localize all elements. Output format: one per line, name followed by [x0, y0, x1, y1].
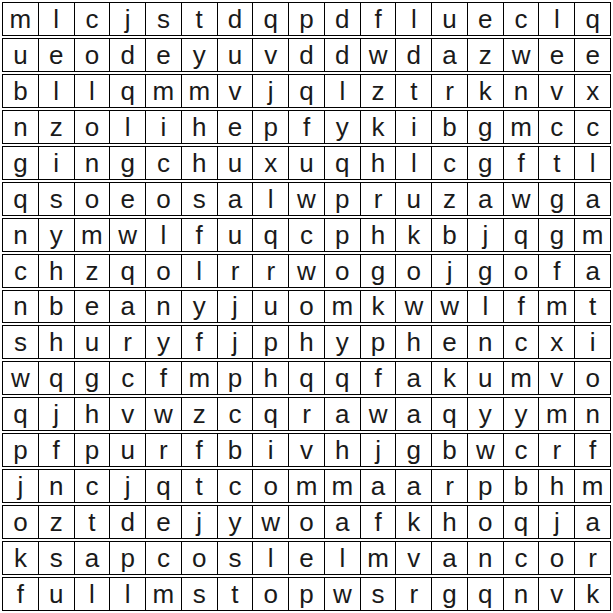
grid-cell-r7-c12[interactable]: k [395, 218, 432, 252]
grid-cell-r13-c6[interactable]: f [181, 433, 218, 467]
grid-cell-r1-c14[interactable]: e [467, 2, 504, 36]
grid-cell-r2-c5[interactable]: e [145, 38, 182, 72]
grid-cell-r16-c6[interactable]: o [181, 541, 218, 575]
grid-cell-r1-c5[interactable]: s [145, 2, 182, 36]
grid-cell-r2-c2[interactable]: e [38, 38, 75, 72]
grid-cell-r4-c7[interactable]: e [217, 110, 254, 144]
grid-cell-r12-c14[interactable]: y [467, 397, 504, 431]
grid-cell-r8-c6[interactable]: l [181, 254, 218, 288]
grid-cell-r6-c1[interactable]: q [2, 182, 39, 216]
grid-cell-r9-c2[interactable]: b [38, 290, 75, 324]
grid-cell-r4-c2[interactable]: z [38, 110, 75, 144]
grid-cell-r5-c9[interactable]: u [288, 146, 325, 180]
grid-cell-r7-c15[interactable]: q [503, 218, 540, 252]
grid-cell-r4-c10[interactable]: y [324, 110, 361, 144]
grid-cell-r6-c15[interactable]: w [503, 182, 540, 216]
grid-cell-r15-c11[interactable]: f [360, 505, 397, 539]
grid-cell-r1-c6[interactable]: t [181, 2, 218, 36]
grid-cell-r10-c12[interactable]: h [395, 325, 432, 359]
grid-cell-r11-c3[interactable]: g [74, 361, 111, 395]
grid-cell-r12-c7[interactable]: c [217, 397, 254, 431]
grid-cell-r13-c8[interactable]: i [252, 433, 289, 467]
grid-cell-r6-c4[interactable]: e [109, 182, 146, 216]
grid-cell-r17-c8[interactable]: o [252, 577, 289, 611]
grid-cell-r15-c10[interactable]: a [324, 505, 361, 539]
grid-cell-r11-c11[interactable]: f [360, 361, 397, 395]
grid-cell-r10-c1[interactable]: s [2, 325, 39, 359]
grid-cell-r15-c1[interactable]: o [2, 505, 39, 539]
grid-cell-r17-c3[interactable]: l [74, 577, 111, 611]
grid-cell-r4-c17[interactable]: c [574, 110, 611, 144]
grid-cell-r8-c1[interactable]: c [2, 254, 39, 288]
grid-cell-r7-c1[interactable]: n [2, 218, 39, 252]
grid-cell-r14-c16[interactable]: h [538, 469, 575, 503]
grid-cell-r9-c4[interactable]: a [109, 290, 146, 324]
grid-cell-r2-c8[interactable]: v [252, 38, 289, 72]
grid-cell-r16-c11[interactable]: m [360, 541, 397, 575]
grid-cell-r13-c5[interactable]: r [145, 433, 182, 467]
grid-cell-r9-c10[interactable]: m [324, 290, 361, 324]
grid-cell-r11-c1[interactable]: w [2, 361, 39, 395]
grid-cell-r7-c10[interactable]: p [324, 218, 361, 252]
grid-cell-r2-c4[interactable]: d [109, 38, 146, 72]
grid-cell-r14-c9[interactable]: m [288, 469, 325, 503]
grid-cell-r2-c17[interactable]: e [574, 38, 611, 72]
grid-cell-r14-c13[interactable]: r [431, 469, 468, 503]
grid-cell-r10-c15[interactable]: c [503, 325, 540, 359]
grid-cell-r17-c6[interactable]: s [181, 577, 218, 611]
grid-cell-r8-c10[interactable]: o [324, 254, 361, 288]
grid-cell-r3-c7[interactable]: v [217, 74, 254, 108]
grid-cell-r7-c13[interactable]: b [431, 218, 468, 252]
grid-cell-r13-c16[interactable]: r [538, 433, 575, 467]
grid-cell-r17-c17[interactable]: k [574, 577, 611, 611]
grid-cell-r2-c6[interactable]: y [181, 38, 218, 72]
grid-cell-r14-c7[interactable]: c [217, 469, 254, 503]
grid-cell-r5-c2[interactable]: i [38, 146, 75, 180]
grid-row-7: nymwlfuqcphkbjqgm [2, 218, 611, 252]
grid-cell-r8-c11[interactable]: g [360, 254, 397, 288]
grid-cell-r17-c5[interactable]: m [145, 577, 182, 611]
grid-cell-r3-c4[interactable]: q [109, 74, 146, 108]
grid-cell-r14-c2[interactable]: n [38, 469, 75, 503]
grid-cell-r16-c8[interactable]: l [252, 541, 289, 575]
grid-cell-r1-c9[interactable]: p [288, 2, 325, 36]
grid-cell-r4-c14[interactable]: g [467, 110, 504, 144]
grid-cell-r14-c4[interactable]: j [109, 469, 146, 503]
grid-cell-r2-c15[interactable]: w [503, 38, 540, 72]
grid-cell-r5-c15[interactable]: f [503, 146, 540, 180]
grid-cell-r6-c17[interactable]: a [574, 182, 611, 216]
grid-cell-r5-c3[interactable]: n [74, 146, 111, 180]
grid-cell-r16-c15[interactable]: c [503, 541, 540, 575]
grid-cell-r13-c15[interactable]: c [503, 433, 540, 467]
grid-cell-r17-c2[interactable]: u [38, 577, 75, 611]
grid-cell-r1-c7[interactable]: d [217, 2, 254, 36]
grid-cell-r7-c14[interactable]: j [467, 218, 504, 252]
grid-cell-r5-c5[interactable]: c [145, 146, 182, 180]
grid-cell-r8-c3[interactable]: z [74, 254, 111, 288]
grid-cell-r5-c6[interactable]: h [181, 146, 218, 180]
grid-cell-r15-c13[interactable]: h [431, 505, 468, 539]
grid-cell-r3-c5[interactable]: m [145, 74, 182, 108]
grid-cell-r11-c13[interactable]: k [431, 361, 468, 395]
grid-cell-r13-c9[interactable]: v [288, 433, 325, 467]
grid-cell-r13-c14[interactable]: w [467, 433, 504, 467]
grid-cell-r3-c12[interactable]: t [395, 74, 432, 108]
grid-cell-r6-c10[interactable]: p [324, 182, 361, 216]
grid-cell-r1-c16[interactable]: l [538, 2, 575, 36]
grid-cell-r3-c16[interactable]: v [538, 74, 575, 108]
grid-cell-r4-c5[interactable]: i [145, 110, 182, 144]
grid-cell-r13-c13[interactable]: b [431, 433, 468, 467]
grid-cell-r5-c13[interactable]: c [431, 146, 468, 180]
grid-cell-r4-c16[interactable]: c [538, 110, 575, 144]
grid-cell-r13-c1[interactable]: p [2, 433, 39, 467]
grid-cell-r1-c13[interactable]: u [431, 2, 468, 36]
grid-cell-r6-c16[interactable]: g [538, 182, 575, 216]
grid-cell-r6-c2[interactable]: s [38, 182, 75, 216]
grid-cell-r7-c17[interactable]: m [574, 218, 611, 252]
grid-cell-r4-c8[interactable]: p [252, 110, 289, 144]
grid-cell-r12-c3[interactable]: h [74, 397, 111, 431]
grid-cell-r7-c6[interactable]: f [181, 218, 218, 252]
grid-cell-r14-c8[interactable]: o [252, 469, 289, 503]
grid-cell-r4-c1[interactable]: n [2, 110, 39, 144]
grid-cell-r1-c12[interactable]: l [395, 2, 432, 36]
grid-cell-r7-c3[interactable]: m [74, 218, 111, 252]
grid-cell-r16-c10[interactable]: l [324, 541, 361, 575]
grid-cell-r15-c17[interactable]: a [574, 505, 611, 539]
grid-cell-r11-c9[interactable]: q [288, 361, 325, 395]
grid-cell-r4-c9[interactable]: f [288, 110, 325, 144]
grid-cell-r9-c15[interactable]: f [503, 290, 540, 324]
grid-cell-r4-c13[interactable]: b [431, 110, 468, 144]
grid-cell-r17-c15[interactable]: n [503, 577, 540, 611]
grid-cell-r13-c2[interactable]: f [38, 433, 75, 467]
grid-cell-r13-c12[interactable]: g [395, 433, 432, 467]
grid-cell-r11-c15[interactable]: m [503, 361, 540, 395]
grid-cell-r1-c10[interactable]: d [324, 2, 361, 36]
grid-cell-r1-c2[interactable]: l [38, 2, 75, 36]
grid-cell-r17-c16[interactable]: v [538, 577, 575, 611]
grid-cell-r10-c2[interactable]: h [38, 325, 75, 359]
grid-cell-r9-c8[interactable]: u [252, 290, 289, 324]
grid-cell-r12-c9[interactable]: r [288, 397, 325, 431]
grid-cell-r5-c12[interactable]: l [395, 146, 432, 180]
grid-cell-r7-c16[interactable]: g [538, 218, 575, 252]
grid-cell-r14-c3[interactable]: c [74, 469, 111, 503]
grid-cell-r14-c10[interactable]: m [324, 469, 361, 503]
grid-cell-r4-c4[interactable]: l [109, 110, 146, 144]
grid-cell-r17-c1[interactable]: f [2, 577, 39, 611]
grid-cell-r11-c5[interactable]: f [145, 361, 182, 395]
grid-cell-r11-c16[interactable]: v [538, 361, 575, 395]
grid-cell-r2-c13[interactable]: a [431, 38, 468, 72]
grid-cell-r10-c3[interactable]: u [74, 325, 111, 359]
grid-cell-r8-c17[interactable]: a [574, 254, 611, 288]
grid-cell-r12-c15[interactable]: y [503, 397, 540, 431]
grid-cell-r13-c10[interactable]: h [324, 433, 361, 467]
grid-cell-r11-c7[interactable]: p [217, 361, 254, 395]
grid-cell-r7-c8[interactable]: q [252, 218, 289, 252]
grid-cell-r14-c12[interactable]: a [395, 469, 432, 503]
grid-cell-r17-c4[interactable]: l [109, 577, 146, 611]
grid-cell-r7-c9[interactable]: c [288, 218, 325, 252]
grid-cell-r9-c14[interactable]: l [467, 290, 504, 324]
grid-cell-r11-c14[interactable]: u [467, 361, 504, 395]
grid-cell-r4-c11[interactable]: k [360, 110, 397, 144]
grid-cell-r2-c14[interactable]: z [467, 38, 504, 72]
grid-cell-r16-c9[interactable]: e [288, 541, 325, 575]
grid-cell-r9-c7[interactable]: j [217, 290, 254, 324]
grid-cell-r5-c16[interactable]: t [538, 146, 575, 180]
grid-cell-r6-c6[interactable]: s [181, 182, 218, 216]
grid-row-8: chzqolrrwogojgofa [2, 254, 611, 288]
grid-row-3: bllqmmvjqlztrknvx [2, 74, 611, 108]
grid-cell-r11-c4[interactable]: c [109, 361, 146, 395]
grid-cell-r14-c11[interactable]: a [360, 469, 397, 503]
grid-cell-r16-c17[interactable]: r [574, 541, 611, 575]
grid-cell-r1-c15[interactable]: c [503, 2, 540, 36]
grid-cell-r8-c4[interactable]: q [109, 254, 146, 288]
grid-cell-r3-c13[interactable]: r [431, 74, 468, 108]
grid-cell-r16-c7[interactable]: s [217, 541, 254, 575]
grid-cell-r17-c13[interactable]: g [431, 577, 468, 611]
grid-cell-r15-c7[interactable]: y [217, 505, 254, 539]
grid-cell-r10-c13[interactable]: e [431, 325, 468, 359]
grid-cell-r1-c17[interactable]: q [574, 2, 611, 36]
grid-cell-r10-c16[interactable]: x [538, 325, 575, 359]
grid-cell-r12-c17[interactable]: n [574, 397, 611, 431]
grid-cell-r3-c6[interactable]: m [181, 74, 218, 108]
grid-cell-r3-c14[interactable]: k [467, 74, 504, 108]
grid-cell-r11-c8[interactable]: h [252, 361, 289, 395]
grid-cell-r9-c1[interactable]: n [2, 290, 39, 324]
grid-cell-r3-c2[interactable]: l [38, 74, 75, 108]
grid-cell-r16-c16[interactable]: o [538, 541, 575, 575]
grid-cell-r3-c9[interactable]: q [288, 74, 325, 108]
grid-cell-r14-c15[interactable]: b [503, 469, 540, 503]
grid-cell-r10-c5[interactable]: y [145, 325, 182, 359]
grid-cell-r12-c12[interactable]: a [395, 397, 432, 431]
grid-cell-r2-c16[interactable]: e [538, 38, 575, 72]
grid-cell-r7-c7[interactable]: u [217, 218, 254, 252]
grid-cell-r11-c12[interactable]: a [395, 361, 432, 395]
grid-cell-r9-c5[interactable]: n [145, 290, 182, 324]
grid-cell-r4-c12[interactable]: i [395, 110, 432, 144]
grid-cell-r8-c7[interactable]: r [217, 254, 254, 288]
grid-cell-r10-c6[interactable]: f [181, 325, 218, 359]
grid-cell-r1-c4[interactable]: j [109, 2, 146, 36]
grid-cell-r17-c14[interactable]: q [467, 577, 504, 611]
grid-cell-r10-c9[interactable]: h [288, 325, 325, 359]
grid-row-11: wqgcfmphqqfakumvo [2, 361, 611, 395]
grid-cell-r8-c2[interactable]: h [38, 254, 75, 288]
grid-cell-r7-c5[interactable]: l [145, 218, 182, 252]
grid-cell-r3-c3[interactable]: l [74, 74, 111, 108]
grid-cell-r6-c8[interactable]: l [252, 182, 289, 216]
grid-cell-r2-c7[interactable]: u [217, 38, 254, 72]
grid-cell-r12-c13[interactable]: q [431, 397, 468, 431]
grid-cell-r15-c8[interactable]: w [252, 505, 289, 539]
grid-cell-r10-c14[interactable]: n [467, 325, 504, 359]
grid-cell-r10-c7[interactable]: j [217, 325, 254, 359]
grid-cell-r17-c12[interactable]: r [395, 577, 432, 611]
grid-cell-r2-c10[interactable]: d [324, 38, 361, 72]
grid-cell-r6-c11[interactable]: r [360, 182, 397, 216]
grid-cell-r2-c1[interactable]: u [2, 38, 39, 72]
grid-cell-r14-c1[interactable]: j [2, 469, 39, 503]
grid-cell-r5-c4[interactable]: g [109, 146, 146, 180]
grid-cell-r16-c13[interactable]: a [431, 541, 468, 575]
grid-cell-r3-c11[interactable]: z [360, 74, 397, 108]
grid-cell-r1-c8[interactable]: q [252, 2, 289, 36]
grid-cell-r9-c3[interactable]: e [74, 290, 111, 324]
grid-cell-r5-c11[interactable]: h [360, 146, 397, 180]
grid-cell-r6-c14[interactable]: a [467, 182, 504, 216]
grid-cell-r4-c6[interactable]: h [181, 110, 218, 144]
grid-row-12: qjhvwzcqrawaqyymn [2, 397, 611, 431]
grid-cell-r6-c12[interactable]: u [395, 182, 432, 216]
grid-cell-r5-c1[interactable]: g [2, 146, 39, 180]
grid-row-1: mlcjstdqpdflueclq [2, 2, 611, 36]
grid-cell-r12-c16[interactable]: m [538, 397, 575, 431]
grid-cell-r2-c3[interactable]: o [74, 38, 111, 72]
grid-cell-r1-c3[interactable]: c [74, 2, 111, 36]
grid-cell-r3-c10[interactable]: l [324, 74, 361, 108]
grid-cell-r8-c9[interactable]: w [288, 254, 325, 288]
grid-cell-r2-c12[interactable]: d [395, 38, 432, 72]
grid-cell-r15-c16[interactable]: j [538, 505, 575, 539]
grid-cell-r14-c17[interactable]: m [574, 469, 611, 503]
grid-cell-r9-c16[interactable]: m [538, 290, 575, 324]
grid-cell-r10-c4[interactable]: r [109, 325, 146, 359]
grid-cell-r15-c5[interactable]: e [145, 505, 182, 539]
grid-cell-r5-c17[interactable]: l [574, 146, 611, 180]
grid-cell-r15-c6[interactable]: j [181, 505, 218, 539]
grid-cell-r16-c2[interactable]: s [38, 541, 75, 575]
grid-cell-r5-c8[interactable]: x [252, 146, 289, 180]
grid-cell-r12-c11[interactable]: w [360, 397, 397, 431]
grid-cell-r11-c2[interactable]: q [38, 361, 75, 395]
grid-cell-r9-c11[interactable]: k [360, 290, 397, 324]
grid-cell-r12-c10[interactable]: a [324, 397, 361, 431]
grid-cell-r5-c7[interactable]: u [217, 146, 254, 180]
grid-cell-r8-c16[interactable]: f [538, 254, 575, 288]
grid-cell-r15-c3[interactable]: t [74, 505, 111, 539]
grid-cell-r13-c4[interactable]: u [109, 433, 146, 467]
grid-cell-r3-c8[interactable]: j [252, 74, 289, 108]
grid-cell-r7-c11[interactable]: h [360, 218, 397, 252]
grid-cell-r17-c9[interactable]: p [288, 577, 325, 611]
grid-cell-r15-c12[interactable]: k [395, 505, 432, 539]
grid-cell-r15-c15[interactable]: q [503, 505, 540, 539]
grid-cell-r9-c17[interactable]: t [574, 290, 611, 324]
grid-cell-r16-c14[interactable]: n [467, 541, 504, 575]
grid-cell-r6-c7[interactable]: a [217, 182, 254, 216]
grid-cell-r2-c11[interactable]: w [360, 38, 397, 72]
grid-cell-r12-c6[interactable]: z [181, 397, 218, 431]
grid-cell-r12-c8[interactable]: q [252, 397, 289, 431]
grid-cell-r2-c9[interactable]: d [288, 38, 325, 72]
grid-cell-r8-c13[interactable]: j [431, 254, 468, 288]
grid-cell-r6-c9[interactable]: w [288, 182, 325, 216]
grid-cell-r15-c9[interactable]: o [288, 505, 325, 539]
grid-cell-r9-c13[interactable]: w [431, 290, 468, 324]
grid-cell-r6-c5[interactable]: o [145, 182, 182, 216]
grid-cell-r10-c11[interactable]: p [360, 325, 397, 359]
grid-cell-r15-c14[interactable]: o [467, 505, 504, 539]
grid-cell-r14-c5[interactable]: q [145, 469, 182, 503]
grid-cell-r13-c3[interactable]: p [74, 433, 111, 467]
grid-cell-r4-c15[interactable]: m [503, 110, 540, 144]
grid-cell-r4-c3[interactable]: o [74, 110, 111, 144]
grid-cell-r11-c6[interactable]: m [181, 361, 218, 395]
grid-cell-r17-c11[interactable]: s [360, 577, 397, 611]
grid-cell-r12-c5[interactable]: w [145, 397, 182, 431]
grid-cell-r8-c12[interactable]: o [395, 254, 432, 288]
grid-cell-r7-c4[interactable]: w [109, 218, 146, 252]
grid-cell-r17-c10[interactable]: w [324, 577, 361, 611]
grid-cell-r9-c9[interactable]: o [288, 290, 325, 324]
grid-row-14: jncjqtcommaarpbhm [2, 469, 611, 503]
grid-cell-r13-c17[interactable]: f [574, 433, 611, 467]
grid-cell-r13-c11[interactable]: j [360, 433, 397, 467]
grid-cell-r6-c13[interactable]: z [431, 182, 468, 216]
grid-cell-r8-c14[interactable]: g [467, 254, 504, 288]
grid-cell-r14-c6[interactable]: t [181, 469, 218, 503]
grid-cell-r10-c10[interactable]: y [324, 325, 361, 359]
grid-row-16: ksapcoslelmvancor [2, 541, 611, 575]
grid-row-4: nzolihepfykibgmcc [2, 110, 611, 144]
word-search-grid: mlcjstdqpdflueclqueodeyuvddwdazweebllqmm… [2, 2, 611, 611]
grid-cell-r9-c6[interactable]: y [181, 290, 218, 324]
grid-cell-r16-c12[interactable]: v [395, 541, 432, 575]
grid-cell-r3-c17[interactable]: x [574, 74, 611, 108]
grid-cell-r15-c4[interactable]: d [109, 505, 146, 539]
grid-row-2: ueodeyuvddwdazwee [2, 38, 611, 72]
grid-cell-r16-c5[interactable]: c [145, 541, 182, 575]
grid-cell-r11-c10[interactable]: q [324, 361, 361, 395]
grid-cell-r12-c4[interactable]: v [109, 397, 146, 431]
grid-cell-r9-c12[interactable]: w [395, 290, 432, 324]
grid-cell-r16-c4[interactable]: p [109, 541, 146, 575]
grid-cell-r3-c1[interactable]: b [2, 74, 39, 108]
grid-cell-r10-c8[interactable]: p [252, 325, 289, 359]
grid-cell-r14-c14[interactable]: p [467, 469, 504, 503]
grid-cell-r12-c2[interactable]: j [38, 397, 75, 431]
grid-cell-r5-c14[interactable]: g [467, 146, 504, 180]
grid-cell-r8-c8[interactable]: r [252, 254, 289, 288]
grid-cell-r16-c3[interactable]: a [74, 541, 111, 575]
grid-cell-r6-c3[interactable]: o [74, 182, 111, 216]
grid-cell-r8-c15[interactable]: o [503, 254, 540, 288]
grid-cell-r10-c17[interactable]: i [574, 325, 611, 359]
grid-cell-r17-c7[interactable]: t [217, 577, 254, 611]
grid-cell-r8-c5[interactable]: o [145, 254, 182, 288]
grid-cell-r16-c1[interactable]: k [2, 541, 39, 575]
grid-cell-r5-c10[interactable]: q [324, 146, 361, 180]
grid-cell-r1-c1[interactable]: m [2, 2, 39, 36]
grid-cell-r13-c7[interactable]: b [217, 433, 254, 467]
grid-cell-r3-c15[interactable]: n [503, 74, 540, 108]
grid-cell-r15-c2[interactable]: z [38, 505, 75, 539]
grid-cell-r12-c1[interactable]: q [2, 397, 39, 431]
grid-cell-r7-c2[interactable]: y [38, 218, 75, 252]
grid-cell-r1-c11[interactable]: f [360, 2, 397, 36]
grid-cell-r11-c17[interactable]: o [574, 361, 611, 395]
